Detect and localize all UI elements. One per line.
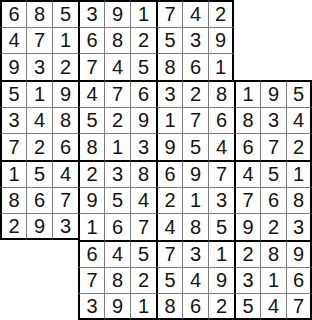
- cell-r10c7[interactable]: 7: [156, 240, 182, 267]
- cell-r8c2[interactable]: 6: [26, 187, 52, 214]
- outside-board-area: [234, 53, 260, 80]
- cell-r9c7[interactable]: 4: [156, 213, 182, 240]
- cell-r12c4[interactable]: 3: [78, 293, 104, 320]
- cell-r6c1[interactable]: 7: [0, 133, 26, 160]
- cell-r3c5[interactable]: 4: [104, 53, 130, 80]
- cell-r8c12[interactable]: 8: [286, 187, 312, 214]
- cell-r11c4[interactable]: 7: [78, 267, 104, 294]
- cell-r9c4[interactable]: 1: [78, 213, 104, 240]
- cell-r10c8[interactable]: 3: [182, 240, 208, 267]
- cell-r7c11[interactable]: 5: [260, 160, 286, 187]
- cell-r8c6[interactable]: 4: [130, 187, 156, 214]
- cell-r6c12[interactable]: 2: [286, 133, 312, 160]
- cell-r5c6[interactable]: 9: [130, 107, 156, 134]
- cell-r1c9[interactable]: 2: [208, 0, 234, 27]
- cell-r9c3[interactable]: 3: [52, 213, 78, 240]
- outside-board-area: [0, 240, 26, 267]
- cell-r1c6[interactable]: 1: [130, 0, 156, 27]
- cell-r6c5[interactable]: 1: [104, 133, 130, 160]
- cell-r12c5[interactable]: 9: [104, 293, 130, 320]
- outside-board-area: [260, 0, 286, 27]
- cell-r9c9[interactable]: 5: [208, 213, 234, 240]
- cell-r8c7[interactable]: 2: [156, 187, 182, 214]
- cell-r3c3[interactable]: 2: [52, 53, 78, 80]
- outside-board-area: [52, 240, 78, 267]
- outside-board-area: [234, 27, 260, 54]
- cell-r5c8[interactable]: 7: [182, 107, 208, 134]
- cell-r6c4[interactable]: 8: [78, 133, 104, 160]
- cell-r2c6[interactable]: 2: [130, 27, 156, 54]
- cell-r6c7[interactable]: 9: [156, 133, 182, 160]
- cell-r4c11[interactable]: 9: [260, 80, 286, 107]
- cell-r9c8[interactable]: 8: [182, 213, 208, 240]
- cell-r5c2[interactable]: 4: [26, 107, 52, 134]
- cell-r6c11[interactable]: 7: [260, 133, 286, 160]
- cell-r7c10[interactable]: 4: [234, 160, 260, 187]
- cell-r11c6[interactable]: 2: [130, 267, 156, 294]
- cell-r10c10[interactable]: 2: [234, 240, 260, 267]
- cell-r5c9[interactable]: 6: [208, 107, 234, 134]
- cell-r8c5[interactable]: 5: [104, 187, 130, 214]
- cell-r6c10[interactable]: 6: [234, 133, 260, 160]
- outside-board-area: [234, 0, 260, 27]
- cell-r12c6[interactable]: 1: [130, 293, 156, 320]
- outside-board-area: [286, 53, 312, 80]
- cell-r7c12[interactable]: 1: [286, 160, 312, 187]
- cell-r7c3[interactable]: 4: [52, 160, 78, 187]
- cell-r11c8[interactable]: 4: [182, 267, 208, 294]
- cell-r4c6[interactable]: 6: [130, 80, 156, 107]
- outside-board-area: [26, 240, 52, 267]
- cell-r3c2[interactable]: 3: [26, 53, 52, 80]
- outside-board-area: [286, 0, 312, 27]
- cell-r7c8[interactable]: 9: [182, 160, 208, 187]
- cell-r12c11[interactable]: 4: [260, 293, 286, 320]
- cell-r2c9[interactable]: 9: [208, 27, 234, 54]
- cell-r3c7[interactable]: 8: [156, 53, 182, 80]
- cell-r4c1[interactable]: 5: [0, 80, 26, 107]
- cell-r4c12[interactable]: 5: [286, 80, 312, 107]
- cell-r3c6[interactable]: 5: [130, 53, 156, 80]
- cell-r6c9[interactable]: 4: [208, 133, 234, 160]
- cell-r7c7[interactable]: 6: [156, 160, 182, 187]
- cell-r1c8[interactable]: 4: [182, 0, 208, 27]
- cell-r8c3[interactable]: 7: [52, 187, 78, 214]
- cell-r7c9[interactable]: 7: [208, 160, 234, 187]
- cell-r1c1[interactable]: 6: [0, 0, 26, 27]
- cell-r4c10[interactable]: 1: [234, 80, 260, 107]
- cell-r7c5[interactable]: 3: [104, 160, 130, 187]
- cell-r1c2[interactable]: 8: [26, 0, 52, 27]
- outside-board-area: [26, 267, 52, 294]
- cell-r10c5[interactable]: 4: [104, 240, 130, 267]
- cell-r1c7[interactable]: 7: [156, 0, 182, 27]
- cell-r4c2[interactable]: 1: [26, 80, 52, 107]
- cell-r5c12[interactable]: 4: [286, 107, 312, 134]
- cell-r5c10[interactable]: 8: [234, 107, 260, 134]
- cell-r9c11[interactable]: 2: [260, 213, 286, 240]
- cell-r4c3[interactable]: 9: [52, 80, 78, 107]
- cell-r4c5[interactable]: 7: [104, 80, 130, 107]
- cell-r2c3[interactable]: 1: [52, 27, 78, 54]
- outside-board-area: [52, 267, 78, 294]
- cell-r8c8[interactable]: 1: [182, 187, 208, 214]
- outside-board-area: [0, 267, 26, 294]
- cell-r3c9[interactable]: 1: [208, 53, 234, 80]
- cell-r12c9[interactable]: 2: [208, 293, 234, 320]
- cell-r4c7[interactable]: 3: [156, 80, 182, 107]
- cell-r1c4[interactable]: 3: [78, 0, 104, 27]
- cell-r2c2[interactable]: 7: [26, 27, 52, 54]
- cell-r4c4[interactable]: 4: [78, 80, 104, 107]
- cell-r8c1[interactable]: 8: [0, 187, 26, 214]
- cell-r8c4[interactable]: 9: [78, 187, 104, 214]
- cell-r10c6[interactable]: 5: [130, 240, 156, 267]
- cell-r8c9[interactable]: 3: [208, 187, 234, 214]
- cell-r2c1[interactable]: 4: [0, 27, 26, 54]
- cell-r11c7[interactable]: 5: [156, 267, 182, 294]
- cell-r12c12[interactable]: 7: [286, 293, 312, 320]
- cell-r3c8[interactable]: 6: [182, 53, 208, 80]
- cell-r10c12[interactable]: 9: [286, 240, 312, 267]
- cell-r11c12[interactable]: 6: [286, 267, 312, 294]
- cell-r4c9[interactable]: 8: [208, 80, 234, 107]
- outside-board-area: [0, 293, 26, 320]
- cell-r2c5[interactable]: 8: [104, 27, 130, 54]
- cell-r7c1[interactable]: 1: [0, 160, 26, 187]
- outside-board-area: [260, 27, 286, 54]
- cell-r10c9[interactable]: 1: [208, 240, 234, 267]
- cell-r6c8[interactable]: 5: [182, 133, 208, 160]
- cell-r9c6[interactable]: 7: [130, 213, 156, 240]
- cell-r9c1[interactable]: 2: [0, 213, 26, 240]
- cell-r1c5[interactable]: 9: [104, 0, 130, 27]
- cell-r10c4[interactable]: 6: [78, 240, 104, 267]
- cell-r6c2[interactable]: 2: [26, 133, 52, 160]
- cell-r7c4[interactable]: 2: [78, 160, 104, 187]
- cell-r12c7[interactable]: 8: [156, 293, 182, 320]
- cell-r9c10[interactable]: 9: [234, 213, 260, 240]
- cell-r9c5[interactable]: 6: [104, 213, 130, 240]
- cell-r8c11[interactable]: 6: [260, 187, 286, 214]
- outside-board-area: [286, 27, 312, 54]
- cell-r9c12[interactable]: 3: [286, 213, 312, 240]
- cell-r3c1[interactable]: 9: [0, 53, 26, 80]
- outside-board-area: [260, 53, 286, 80]
- cell-r5c7[interactable]: 1: [156, 107, 182, 134]
- cell-r7c6[interactable]: 8: [130, 160, 156, 187]
- cell-r5c3[interactable]: 8: [52, 107, 78, 134]
- cell-r2c7[interactable]: 5: [156, 27, 182, 54]
- cell-r5c11[interactable]: 3: [260, 107, 286, 134]
- cell-r4c8[interactable]: 2: [182, 80, 208, 107]
- outside-board-area: [52, 293, 78, 320]
- cell-r11c9[interactable]: 9: [208, 267, 234, 294]
- cell-r6c6[interactable]: 3: [130, 133, 156, 160]
- cell-r12c10[interactable]: 5: [234, 293, 260, 320]
- cell-r2c4[interactable]: 6: [78, 27, 104, 54]
- cell-r2c8[interactable]: 3: [182, 27, 208, 54]
- cell-r8c10[interactable]: 7: [234, 187, 260, 214]
- cell-r6c3[interactable]: 6: [52, 133, 78, 160]
- cell-r5c5[interactable]: 2: [104, 107, 130, 134]
- cell-r11c11[interactable]: 1: [260, 267, 286, 294]
- board: 6853917424716825399327458615194763281953…: [0, 0, 312, 320]
- cell-r10c11[interactable]: 8: [260, 240, 286, 267]
- cell-r11c10[interactable]: 3: [234, 267, 260, 294]
- outside-board-area: [26, 293, 52, 320]
- cell-r3c4[interactable]: 7: [78, 53, 104, 80]
- cell-r5c4[interactable]: 5: [78, 107, 104, 134]
- cell-r5c1[interactable]: 3: [0, 107, 26, 134]
- cell-r9c2[interactable]: 9: [26, 213, 52, 240]
- cell-r11c5[interactable]: 8: [104, 267, 130, 294]
- cell-r1c3[interactable]: 5: [52, 0, 78, 27]
- cell-r7c2[interactable]: 5: [26, 160, 52, 187]
- cell-r12c8[interactable]: 6: [182, 293, 208, 320]
